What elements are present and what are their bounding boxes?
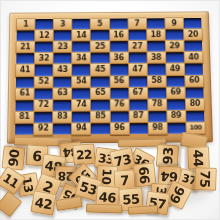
tile-number: 55 — [122, 192, 140, 206]
tile-number: 66 — [137, 166, 152, 184]
tile-number: 10 — [100, 168, 113, 185]
loose-tile-90[interactable]: 90 — [1, 145, 25, 170]
loose-tile-edge[interactable] — [86, 203, 122, 213]
loose-tile-pile: 8493446223390483673286664377550107131129… — [0, 0, 220, 220]
loose-tile-75[interactable]: 75 — [194, 167, 217, 191]
tile-number: 44 — [192, 149, 206, 167]
tile-number: 11 — [1, 171, 21, 190]
tile-number: 46 — [98, 190, 116, 204]
tile-number: 22 — [76, 148, 93, 161]
tile-number: 93 — [160, 147, 174, 165]
tile-number: 7 — [120, 173, 129, 186]
tile-number: 42 — [34, 195, 53, 211]
loose-tile-edge[interactable] — [128, 205, 158, 215]
hundred-board-product-photo: 1357912141618202123252729323436384041434… — [0, 0, 220, 220]
loose-tile-42[interactable]: 42 — [30, 190, 56, 216]
tile-number: 90 — [6, 149, 21, 167]
tile-number: 99 — [168, 184, 187, 205]
tile-number: 6 — [32, 148, 42, 163]
tile-number: 75 — [199, 170, 213, 188]
